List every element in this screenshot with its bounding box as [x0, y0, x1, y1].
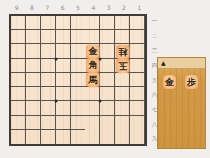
- file-label: 5: [70, 3, 85, 13]
- board-cell[interactable]: [56, 59, 71, 73]
- gote-piece-桂[interactable]: 桂: [116, 45, 129, 59]
- piece-kanji: 桂: [118, 47, 127, 56]
- board-cell[interactable]: [130, 130, 145, 144]
- board-cell[interactable]: [71, 116, 86, 130]
- hand-piece-金[interactable]: 金: [163, 75, 176, 89]
- board-cell[interactable]: [11, 87, 26, 101]
- piece-kanji: 玉: [118, 61, 127, 70]
- board-cell[interactable]: [56, 130, 71, 144]
- rank-label: 三: [150, 43, 159, 58]
- board-cell[interactable]: [71, 59, 86, 73]
- board-cell[interactable]: [115, 16, 130, 30]
- board-cell[interactable]: [115, 87, 130, 101]
- board-cell[interactable]: [41, 116, 56, 130]
- board-cell[interactable]: [100, 101, 115, 115]
- piece-kanji: 歩: [187, 78, 196, 87]
- sente-triangle-icon: ▲: [161, 59, 166, 67]
- hoshi-dot: [54, 100, 57, 103]
- shogi-board[interactable]: 金桂角玉馬: [9, 14, 147, 146]
- board-cell[interactable]: [85, 87, 100, 101]
- board-cell[interactable]: [11, 116, 26, 130]
- board-cell[interactable]: [41, 44, 56, 58]
- board-cell[interactable]: [26, 30, 41, 44]
- board-cell[interactable]: [100, 59, 115, 73]
- board-cell[interactable]: [100, 30, 115, 44]
- board-cell[interactable]: [100, 16, 115, 30]
- file-label: 4: [86, 3, 101, 13]
- board-cell[interactable]: [115, 116, 130, 130]
- board-cell[interactable]: [71, 30, 86, 44]
- board-cell[interactable]: [130, 59, 145, 73]
- hoshi-dot: [54, 57, 57, 60]
- board-cell[interactable]: [85, 30, 100, 44]
- board-cell[interactable]: [85, 101, 100, 115]
- board-cell[interactable]: [56, 44, 71, 58]
- board-cell[interactable]: [26, 116, 41, 130]
- file-labels: 987654321: [9, 3, 147, 13]
- board-cell[interactable]: [41, 16, 56, 30]
- hoshi-dot: [99, 57, 102, 60]
- board-cell[interactable]: [130, 73, 145, 87]
- sente-piece-金[interactable]: 金: [86, 45, 99, 59]
- hand-piece-歩[interactable]: 歩: [185, 75, 198, 89]
- file-label: 6: [55, 3, 70, 13]
- board-cell[interactable]: [26, 59, 41, 73]
- file-label: 1: [132, 3, 147, 13]
- board-cell[interactable]: [130, 101, 145, 115]
- board-cell[interactable]: [41, 130, 56, 144]
- board-cell[interactable]: [56, 116, 71, 130]
- board-cell[interactable]: [71, 73, 86, 87]
- board-cell[interactable]: [11, 16, 26, 30]
- board-cell[interactable]: [130, 16, 145, 30]
- piece-kanji: 角: [88, 61, 97, 70]
- board-cell[interactable]: [11, 59, 26, 73]
- board-cell[interactable]: [130, 44, 145, 58]
- board-cell[interactable]: [85, 16, 100, 30]
- sente-hand-pieces: 金歩: [163, 75, 198, 89]
- board-cell[interactable]: [71, 130, 86, 144]
- board-cell[interactable]: [26, 44, 41, 58]
- board-cell[interactable]: [71, 44, 86, 58]
- board-cell[interactable]: [26, 87, 41, 101]
- file-label: 8: [24, 3, 39, 13]
- board-cell[interactable]: [115, 130, 130, 144]
- gote-piece-玉[interactable]: 玉: [116, 59, 129, 73]
- board-cell[interactable]: [26, 130, 41, 144]
- board-cell[interactable]: [130, 87, 145, 101]
- board-cell[interactable]: [85, 130, 100, 144]
- board-cell[interactable]: [56, 73, 71, 87]
- board-cell[interactable]: [41, 30, 56, 44]
- file-label: 2: [116, 3, 131, 13]
- board-cell[interactable]: [71, 16, 86, 30]
- board-cell[interactable]: [130, 30, 145, 44]
- sente-piece-角[interactable]: 角: [86, 59, 99, 73]
- komadai-header: ▲: [158, 58, 205, 69]
- board-cell[interactable]: [56, 16, 71, 30]
- board-cell[interactable]: [71, 101, 86, 115]
- piece-kanji: 金: [88, 47, 97, 56]
- board-cell[interactable]: [41, 59, 56, 73]
- board-cell[interactable]: [85, 116, 100, 130]
- rank-label: 二: [150, 29, 159, 44]
- board-cell[interactable]: [56, 30, 71, 44]
- board-cell[interactable]: [56, 101, 71, 115]
- board-cell[interactable]: [41, 73, 56, 87]
- board-cell[interactable]: [71, 87, 86, 101]
- board-cell[interactable]: [26, 101, 41, 115]
- board-cell[interactable]: [100, 87, 115, 101]
- board-cell[interactable]: [41, 87, 56, 101]
- sente-piece-馬[interactable]: 馬: [86, 73, 99, 87]
- board-cell[interactable]: [100, 44, 115, 58]
- board-cell[interactable]: [26, 73, 41, 87]
- board-cell[interactable]: [56, 87, 71, 101]
- hoshi-dot: [99, 100, 102, 103]
- board-cell[interactable]: [130, 116, 145, 130]
- piece-kanji: 馬: [88, 76, 97, 85]
- board-cell[interactable]: [115, 101, 130, 115]
- board-cell[interactable]: [11, 130, 26, 144]
- board-cell[interactable]: [41, 101, 56, 115]
- board-cell[interactable]: [11, 101, 26, 115]
- piece-kanji: 金: [165, 78, 174, 87]
- board-cell[interactable]: [11, 30, 26, 44]
- file-label: 9: [9, 3, 24, 13]
- board-cell[interactable]: [11, 73, 26, 87]
- sente-komadai: ▲ 金歩: [157, 57, 206, 149]
- board-cell[interactable]: [100, 130, 115, 144]
- rank-label: 一: [150, 14, 159, 29]
- board-cell[interactable]: [100, 73, 115, 87]
- board-cell[interactable]: [26, 16, 41, 30]
- board-cell[interactable]: [11, 44, 26, 58]
- file-label: 7: [40, 3, 55, 13]
- board-cell[interactable]: [100, 116, 115, 130]
- file-label: 3: [101, 3, 116, 13]
- board-cell[interactable]: [115, 73, 130, 87]
- board-cell[interactable]: [115, 30, 130, 44]
